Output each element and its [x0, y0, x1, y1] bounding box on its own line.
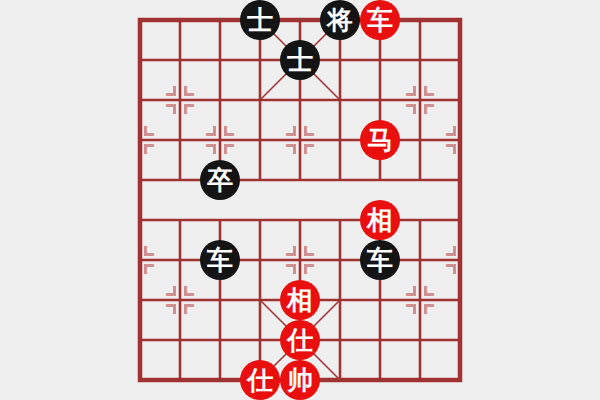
piece-black-general[interactable]: 将: [320, 0, 360, 40]
piece-red-elephant[interactable]: 相: [280, 280, 320, 320]
piece-black-pawn[interactable]: 卒: [200, 160, 240, 200]
piece-red-general[interactable]: 帅: [280, 360, 320, 400]
xiangqi-board[interactable]: 士将车士马卒相车车相仕仕帅: [120, 0, 480, 400]
piece-red-advisor[interactable]: 仕: [280, 320, 320, 360]
piece-black-chariot[interactable]: 车: [200, 240, 240, 280]
piece-red-horse[interactable]: 马: [360, 120, 400, 160]
piece-black-chariot[interactable]: 车: [360, 240, 400, 280]
piece-red-elephant[interactable]: 相: [360, 200, 400, 240]
piece-black-advisor[interactable]: 士: [280, 40, 320, 80]
xiangqi-app: 士将车士马卒相车车相仕仕帅: [0, 0, 600, 400]
piece-red-chariot[interactable]: 车: [360, 0, 400, 40]
piece-red-advisor[interactable]: 仕: [240, 360, 280, 400]
piece-black-advisor[interactable]: 士: [240, 0, 280, 40]
